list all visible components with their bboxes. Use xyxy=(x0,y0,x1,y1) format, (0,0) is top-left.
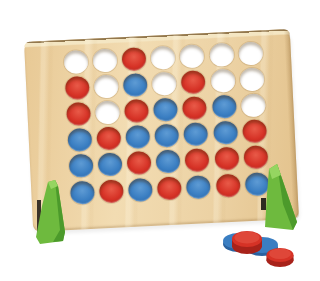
board-cell-r3-c4[interactable] xyxy=(153,98,178,122)
loose-disc-red-right-highlight xyxy=(269,249,291,259)
board-cell-r2-c4[interactable] xyxy=(152,71,177,95)
board-cell-r3-c7[interactable] xyxy=(241,93,266,117)
product-photo-connect-four xyxy=(0,0,320,281)
loose-discs xyxy=(214,226,306,274)
board-cell-r3-c5[interactable] xyxy=(182,96,207,120)
board-cell-r1-c5[interactable] xyxy=(180,44,205,68)
board-cell-r2-c5[interactable] xyxy=(181,70,206,94)
left-stand xyxy=(34,178,74,250)
board-cell-r5-c2[interactable] xyxy=(97,153,122,177)
board-cell-r5-c6[interactable] xyxy=(214,147,239,171)
board-cell-r2-c3[interactable] xyxy=(123,73,148,97)
board-cell-r5-c4[interactable] xyxy=(156,150,181,174)
board-cell-r1-c3[interactable] xyxy=(121,47,146,71)
board-cell-r6-c6[interactable] xyxy=(215,173,240,197)
right-stand xyxy=(256,160,300,234)
board-cell-r4-c7[interactable] xyxy=(242,119,267,143)
right-stand-gap-shadow xyxy=(261,198,266,210)
board-cell-r6-c3[interactable] xyxy=(128,177,153,201)
board-cell-r2-c1[interactable] xyxy=(64,76,89,100)
board-cell-r4-c1[interactable] xyxy=(67,128,92,152)
board-cell-r1-c6[interactable] xyxy=(209,42,234,66)
board-cell-r4-c2[interactable] xyxy=(96,127,121,151)
board-cell-r1-c2[interactable] xyxy=(92,48,117,72)
board-cell-r4-c6[interactable] xyxy=(213,121,238,145)
board-cell-r2-c6[interactable] xyxy=(210,69,235,93)
board-cell-r3-c2[interactable] xyxy=(95,100,120,124)
board-cell-r2-c2[interactable] xyxy=(93,74,118,98)
board-cell-r6-c5[interactable] xyxy=(186,175,211,199)
board-cell-r3-c6[interactable] xyxy=(211,95,236,119)
board-cell-r1-c7[interactable] xyxy=(238,41,263,65)
board-cell-r5-c1[interactable] xyxy=(68,154,93,178)
board-cell-r4-c3[interactable] xyxy=(125,125,150,149)
board-cell-r4-c5[interactable] xyxy=(184,122,209,146)
board-cell-r1-c4[interactable] xyxy=(151,45,176,69)
board-cell-r5-c3[interactable] xyxy=(126,151,151,175)
loose-disc-red-top-highlight xyxy=(235,232,260,244)
board-cell-r3-c1[interactable] xyxy=(66,102,91,126)
board-cell-r3-c3[interactable] xyxy=(124,99,149,123)
board-cell-r2-c7[interactable] xyxy=(239,67,264,91)
board-cell-r5-c5[interactable] xyxy=(185,148,210,172)
board-cell-r1-c1[interactable] xyxy=(63,50,88,74)
board-cell-r6-c2[interactable] xyxy=(99,179,124,203)
board-cell-r6-c4[interactable] xyxy=(157,176,182,200)
board-cell-r4-c4[interactable] xyxy=(154,124,179,148)
hole-grid xyxy=(60,39,272,206)
